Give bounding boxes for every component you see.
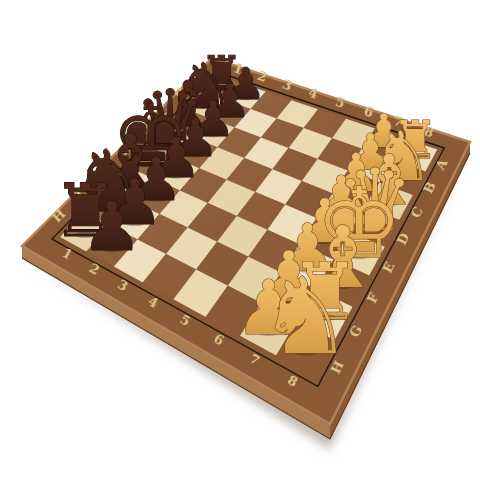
- piece-light-knight-h8: ♞: [258, 255, 353, 378]
- chess-set-product-photo: 11AA22BB33CC44DD55EE66FF77GG88HH ♜♟♞♟♝♟♛…: [0, 0, 480, 480]
- piece-dark-pawn-h2: ♟: [82, 187, 143, 266]
- chessboard-photo-canvas: 11AA22BB33CC44DD55EE66FF77GG88HH ♜♟♞♟♝♟♛…: [0, 0, 480, 480]
